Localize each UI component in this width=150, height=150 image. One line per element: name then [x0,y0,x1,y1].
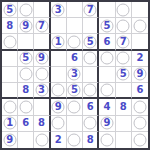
odd-circle-mark [84,52,97,65]
cell-r6c8[interactable] [132,99,148,115]
cell-r4c8[interactable]: 9 [132,67,148,83]
cell-r7c7[interactable] [116,116,132,132]
given-digit: 1 [55,37,62,47]
cell-r2c8[interactable] [132,34,148,50]
cell-r1c4[interactable] [67,18,83,34]
cell-r5c2[interactable]: 3 [34,83,50,99]
cell-r0c5[interactable]: 7 [83,2,99,18]
odd-circle-mark [68,100,81,113]
cell-r1c8[interactable] [132,18,148,34]
cell-r3c6[interactable] [99,51,115,67]
given-digit: 6 [22,118,29,128]
given-digit: 9 [6,135,13,145]
given-digit: 5 [6,5,13,15]
cell-r6c0[interactable] [2,99,18,115]
given-digit: 5 [22,53,29,63]
cell-r0c0[interactable]: 5 [2,2,18,18]
cell-r3c0[interactable] [2,51,18,67]
cell-r7c1[interactable]: 6 [18,116,34,132]
cell-r4c4[interactable]: 3 [67,67,83,83]
cell-r0c6[interactable] [99,2,115,18]
cell-r8c4[interactable] [67,132,83,148]
given-digit: 5 [71,85,78,95]
cell-r2c7[interactable]: 7 [116,34,132,50]
cell-r0c7[interactable] [116,2,132,18]
cell-r7c5[interactable] [83,116,99,132]
cell-r6c6[interactable]: 4 [99,99,115,115]
given-digit: 2 [136,53,143,63]
cell-r2c6[interactable]: 6 [99,34,115,50]
cell-r7c4[interactable] [67,116,83,132]
cell-r8c3[interactable]: 2 [51,132,67,148]
cell-r5c1[interactable]: 8 [18,83,34,99]
odd-circle-mark [133,117,146,130]
given-digit: 3 [71,69,78,79]
odd-circle-mark [117,52,130,65]
cell-r8c8[interactable] [132,132,148,148]
cell-r3c5[interactable] [83,51,99,67]
given-digit: 6 [103,37,110,47]
odd-circle-mark [35,68,48,81]
cell-r4c2[interactable] [34,67,50,83]
cell-r6c2[interactable] [34,99,50,115]
cell-r3c1[interactable]: 5 [18,51,34,67]
given-digit: 8 [120,102,127,112]
given-digit: 9 [55,102,62,112]
cell-r2c0[interactable] [2,34,18,50]
cell-r4c0[interactable] [2,67,18,83]
cell-r0c3[interactable]: 3 [51,2,67,18]
given-digit: 6 [136,85,143,95]
given-digit: 2 [55,135,62,145]
cell-r6c4[interactable] [67,99,83,115]
sudoku-board: 537897515675962359835696481689928 [0,0,150,150]
odd-circle-mark [52,117,65,130]
given-digit: 5 [103,21,110,31]
odd-circle-mark [19,100,32,113]
cell-r0c1[interactable] [18,2,34,18]
cell-r2c3[interactable]: 1 [51,34,67,50]
cell-r1c7[interactable] [116,18,132,34]
odd-circle-mark [100,52,113,65]
cell-r2c1[interactable] [18,34,34,50]
odd-circle-mark [19,68,32,81]
cell-r1c2[interactable]: 7 [34,18,50,34]
cell-r4c5[interactable] [83,67,99,83]
cell-r1c6[interactable]: 5 [99,18,115,34]
cell-r4c6[interactable] [99,67,115,83]
cell-r4c7[interactable]: 5 [116,67,132,83]
odd-circle-mark [100,84,113,97]
cell-r1c1[interactable]: 9 [18,18,34,34]
cell-r0c4[interactable] [67,2,83,18]
cell-r7c6[interactable]: 9 [99,116,115,132]
cell-r5c8[interactable]: 6 [132,83,148,99]
cell-r3c2[interactable]: 9 [34,51,50,67]
cell-r8c0[interactable]: 9 [2,132,18,148]
odd-circle-mark [133,133,146,146]
cell-r7c3[interactable] [51,116,67,132]
cell-r5c4[interactable]: 5 [67,83,83,99]
odd-circle-mark [84,117,97,130]
cell-r8c6[interactable] [99,132,115,148]
given-digit: 1 [6,118,13,128]
cell-r2c4[interactable] [67,34,83,50]
given-digit: 9 [136,69,143,79]
cell-r1c0[interactable]: 8 [2,18,18,34]
cell-r6c1[interactable] [18,99,34,115]
given-digit: 6 [71,53,78,63]
given-digit: 8 [38,118,45,128]
cell-r7c0[interactable]: 1 [2,116,18,132]
cell-r4c1[interactable] [18,67,34,83]
cell-r0c2[interactable] [34,2,50,18]
odd-circle-mark [35,133,48,146]
odd-circle-mark [3,100,16,113]
cell-r1c5[interactable] [83,18,99,34]
cell-r5c3[interactable] [51,83,67,99]
odd-circle-mark [133,19,146,32]
given-digit: 4 [103,102,110,112]
cell-r4c3[interactable] [51,67,67,83]
cell-r3c3[interactable] [51,51,67,67]
cell-r3c8[interactable]: 2 [132,51,148,67]
cell-r5c0[interactable] [2,83,18,99]
cell-r6c3[interactable]: 9 [51,99,67,115]
cell-r8c7[interactable] [116,132,132,148]
odd-circle-mark [133,100,146,113]
cell-r6c7[interactable]: 8 [116,99,132,115]
cell-r3c7[interactable] [116,51,132,67]
cell-r0c8[interactable] [132,2,148,18]
cell-r8c1[interactable] [18,132,34,148]
given-digit: 9 [38,53,45,63]
cell-r7c2[interactable]: 8 [34,116,50,132]
cell-r2c5[interactable]: 5 [83,34,99,50]
cell-r3c4[interactable]: 6 [67,51,83,67]
odd-circle-mark [84,84,97,97]
odd-circle-mark [3,35,16,48]
cell-r6c5[interactable]: 6 [83,99,99,115]
odd-circle-mark [52,84,65,97]
cell-r8c2[interactable] [34,132,50,148]
cell-r1c3[interactable] [51,18,67,34]
odd-circle-mark [68,35,81,48]
cell-r2c2[interactable] [34,34,50,50]
cell-r5c7[interactable] [116,83,132,99]
given-digit: 8 [87,135,94,145]
cell-r5c6[interactable] [99,83,115,99]
given-digit: 3 [38,85,45,95]
given-digit: 3 [55,5,62,15]
cell-r5c5[interactable] [83,83,99,99]
given-digit: 9 [22,21,29,31]
odd-circle-mark [100,133,113,146]
given-digit: 8 [6,21,13,31]
given-digit: 7 [38,21,45,31]
given-digit: 6 [87,102,94,112]
odd-circle-mark [117,3,130,16]
odd-circle-mark [117,19,130,32]
odd-circle-mark [19,3,32,16]
given-digit: 9 [103,118,110,128]
odd-circle-mark [68,133,81,146]
given-digit: 5 [120,69,127,79]
cell-r8c5[interactable]: 8 [83,132,99,148]
cell-r7c8[interactable] [132,116,148,132]
given-digit: 7 [120,37,127,47]
given-digit: 5 [87,37,94,47]
given-digit: 8 [22,85,29,95]
given-digit: 7 [87,5,94,15]
